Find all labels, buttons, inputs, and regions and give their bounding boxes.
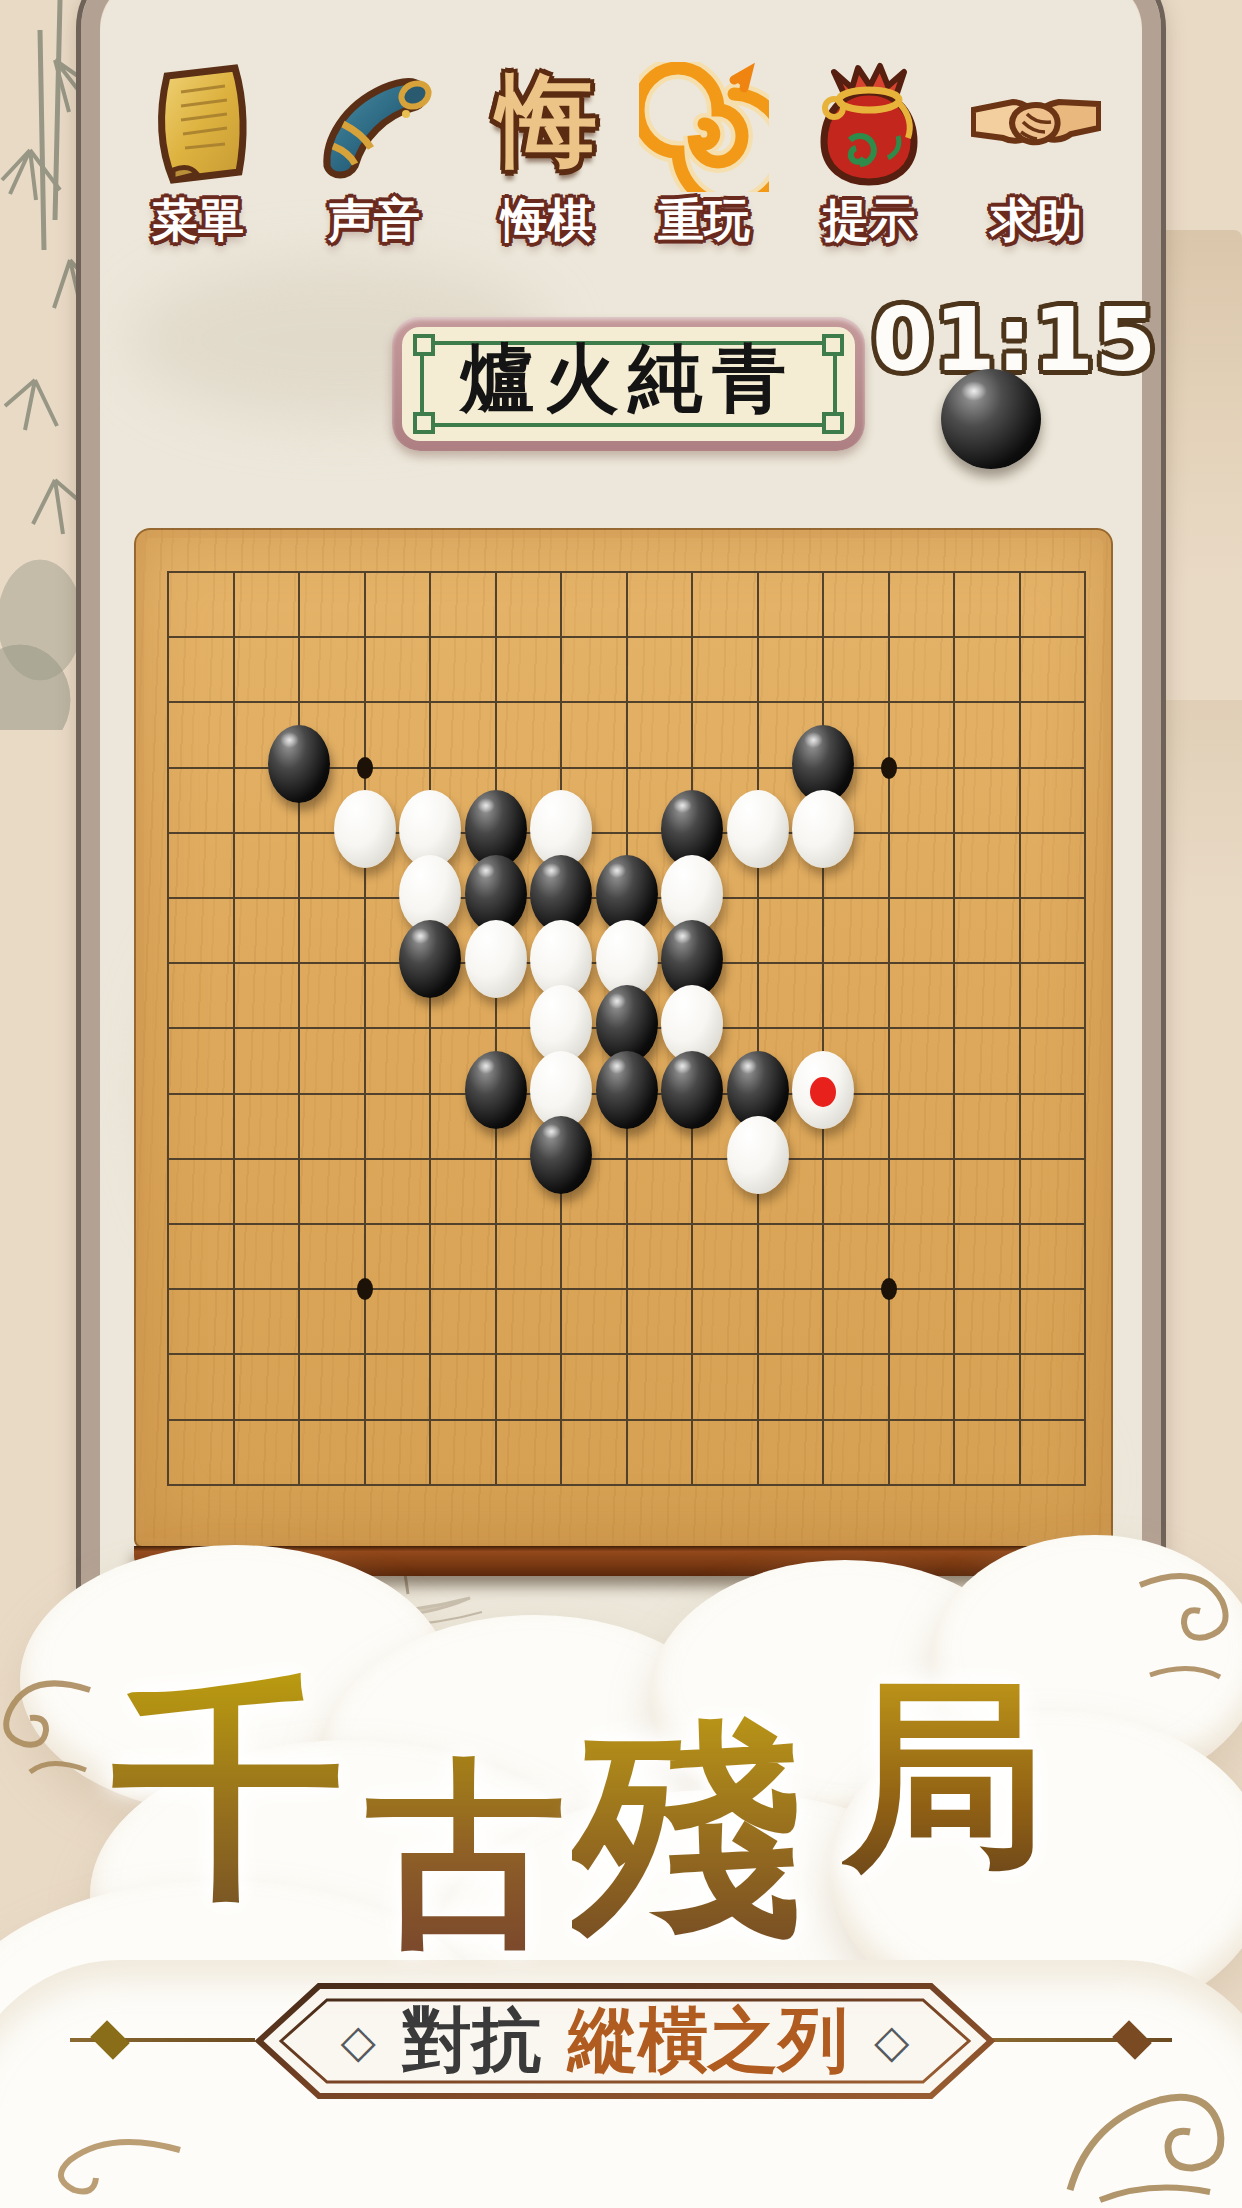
grid-line-vertical [757, 571, 759, 1486]
replay-button-label: 重玩 [658, 190, 750, 252]
fire-swirl-icon [639, 62, 769, 192]
help-button[interactable]: 求助 [951, 62, 1121, 252]
bamboo-painting [0, 0, 110, 730]
horn-icon [309, 62, 439, 192]
star-point [357, 757, 373, 779]
grid-line-horizontal [167, 1288, 1086, 1290]
rank-banner-inner: 爐火純青 [402, 327, 855, 441]
white-stone [792, 790, 854, 868]
red-pouch-icon [804, 62, 934, 192]
grid-line-horizontal [167, 1158, 1086, 1160]
black-stone [530, 1116, 592, 1194]
grid-line-horizontal [167, 1484, 1086, 1486]
grid-line-vertical [1019, 571, 1021, 1486]
black-stone [399, 920, 461, 998]
undo-button[interactable]: 悔 悔棋 [462, 62, 632, 252]
grid-line-vertical [1084, 571, 1086, 1486]
subtitle-accent-text: 縱橫之列 [568, 1994, 848, 2088]
sound-button-label: 声音 [328, 190, 420, 252]
grid-line-vertical [953, 571, 955, 1486]
right-landscape-wash-lower [1152, 700, 1242, 910]
help-button-label: 求助 [990, 190, 1082, 252]
gomoku-board [134, 528, 1113, 1576]
white-stone [465, 920, 527, 998]
title-char-gu: 古 [366, 1722, 566, 1992]
last-move-marker [810, 1077, 836, 1107]
undo-button-label: 悔棋 [501, 190, 593, 252]
black-stone [465, 1051, 527, 1129]
subtitle-dark-text: 對抗 [402, 1994, 542, 2088]
title-char-ju: 局 [842, 1642, 1046, 1917]
grid-line-vertical [888, 571, 890, 1486]
star-point [881, 1278, 897, 1300]
title-char-qian: 千 [112, 1638, 344, 1951]
replay-button[interactable]: 重玩 [619, 62, 789, 252]
star-point [357, 1278, 373, 1300]
subtitle-banner: ◇ 對抗 縱橫之列 ◇ [255, 1980, 995, 2102]
rank-banner: 爐火純青 [392, 317, 865, 451]
white-stone [334, 790, 396, 868]
ornament-diamond-left: ◇ [341, 2014, 376, 2068]
right-landscape-wash [1148, 230, 1242, 590]
hint-button[interactable]: 提示 [784, 62, 954, 252]
title-char-can: 殘 [572, 1678, 802, 1988]
handshake-icon [971, 62, 1101, 192]
black-stone [268, 725, 330, 803]
grid-line-horizontal [167, 1353, 1086, 1355]
grid-line-vertical [822, 571, 824, 1486]
sound-button[interactable]: 声音 [289, 62, 459, 252]
white-stone [727, 1116, 789, 1194]
black-stone [596, 1051, 658, 1129]
hui-character-icon: 悔 [482, 62, 612, 192]
menu-button-label: 菜單 [152, 190, 244, 252]
grid-line-horizontal [167, 1419, 1086, 1421]
black-stone [661, 1051, 723, 1129]
turn-indicator-black-stone [941, 369, 1041, 469]
menu-button[interactable]: 菜單 [113, 62, 283, 252]
star-point [881, 757, 897, 779]
ornament-diamond-right: ◇ [874, 2014, 909, 2068]
scroll-icon [133, 62, 263, 192]
board-surface[interactable] [134, 528, 1113, 1548]
white-stone [727, 790, 789, 868]
grid-line-horizontal [167, 1223, 1086, 1225]
rank-label: 爐火純青 [402, 330, 855, 430]
hint-button-label: 提示 [823, 190, 915, 252]
